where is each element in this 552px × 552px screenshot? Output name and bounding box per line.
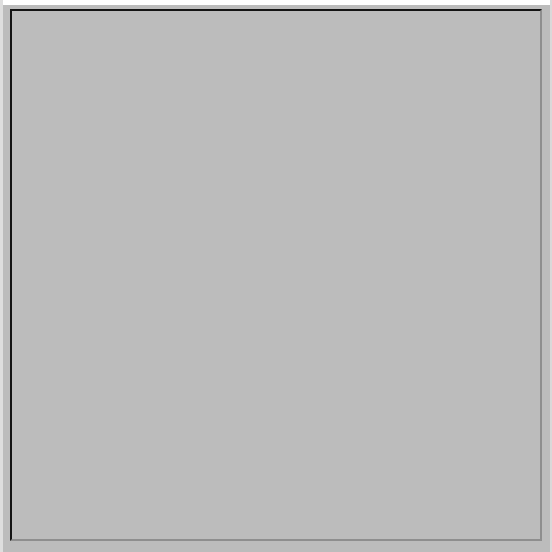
- frame-top-highlight: [0, 0, 552, 5]
- chess-app-window: [0, 0, 552, 552]
- frame-left-highlight: [0, 0, 3, 552]
- chess-board: [10, 9, 542, 541]
